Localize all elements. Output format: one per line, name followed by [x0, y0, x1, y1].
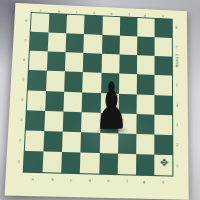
square-c5[interactable] — [64, 72, 83, 92]
square-g3[interactable] — [136, 114, 154, 135]
rank-label-right-8: 8 — [175, 26, 177, 30]
rank-label-left-1: 1 — [18, 160, 21, 164]
square-h3[interactable] — [154, 114, 172, 135]
rank-label-right-5: 5 — [176, 84, 178, 88]
square-a7[interactable] — [30, 32, 49, 52]
square-h6[interactable] — [154, 56, 172, 76]
file-label-bottom-b: b — [51, 177, 54, 181]
rank-label-right-3: 3 — [176, 124, 178, 128]
square-h8[interactable] — [154, 19, 171, 38]
rank-label-left-5: 5 — [22, 78, 25, 82]
square-h5[interactable] — [154, 75, 172, 95]
rank-label-right-6: 6 — [176, 64, 178, 68]
square-f7[interactable] — [119, 36, 137, 56]
file-label-bottom-f: f — [126, 179, 127, 183]
file-label-bottom-c: c — [70, 178, 72, 182]
square-c7[interactable] — [66, 33, 84, 53]
black-pawn[interactable]: ♟ — [88, 70, 136, 136]
file-label-top-d: d — [93, 11, 95, 15]
rank-label-left-7: 7 — [24, 39, 27, 43]
square-b5[interactable] — [46, 71, 65, 91]
square-g7[interactable] — [137, 37, 155, 57]
square-f8[interactable] — [120, 17, 138, 36]
square-e1[interactable] — [99, 153, 118, 174]
square-c8[interactable] — [67, 15, 85, 35]
square-b7[interactable] — [48, 33, 67, 53]
square-b8[interactable] — [49, 14, 68, 34]
square-h2[interactable] — [154, 134, 172, 155]
square-d1[interactable] — [80, 152, 99, 173]
square-c2[interactable] — [62, 131, 81, 152]
square-g6[interactable] — [137, 55, 155, 75]
square-d7[interactable] — [84, 34, 102, 54]
square-a3[interactable] — [26, 110, 45, 131]
square-c3[interactable] — [63, 111, 82, 132]
square-b2[interactable] — [44, 131, 63, 152]
square-e8[interactable] — [102, 16, 120, 35]
rank-label-right-7: 7 — [175, 45, 177, 49]
rank-label-right-4: 4 — [176, 104, 178, 108]
square-a4[interactable] — [27, 90, 46, 111]
square-b6[interactable] — [47, 52, 66, 72]
file-label-bottom-d: d — [88, 178, 91, 182]
square-b4[interactable] — [45, 91, 64, 112]
file-label-bottom-h: h — [162, 180, 164, 184]
square-d8[interactable] — [84, 15, 102, 34]
file-label-top-b: b — [58, 10, 60, 14]
square-c6[interactable] — [65, 52, 84, 72]
file-label-top-a: a — [40, 9, 42, 13]
file-label-bottom-g: g — [143, 180, 145, 184]
square-a5[interactable] — [28, 70, 47, 90]
rank-label-right-2: 2 — [176, 144, 178, 148]
square-h1[interactable]: ✥ — [154, 155, 172, 176]
square-a8[interactable] — [31, 13, 50, 33]
square-c1[interactable] — [61, 152, 80, 173]
square-e7[interactable] — [102, 35, 120, 55]
square-a1[interactable] — [24, 151, 44, 172]
square-g4[interactable] — [136, 94, 154, 114]
square-c4[interactable] — [64, 91, 83, 112]
square-g5[interactable] — [137, 75, 155, 95]
file-label-top-f: f — [128, 13, 129, 16]
file-label-bottom-e: e — [107, 179, 109, 183]
square-g2[interactable] — [136, 134, 154, 155]
file-label-top-e: e — [111, 12, 113, 16]
square-g8[interactable] — [137, 18, 154, 37]
file-label-top-c: c — [75, 11, 77, 15]
rank-label-right-1: 1 — [176, 164, 178, 168]
photo-background: abcdefgh 87654321 ✥ chess 87654321 abcde… — [0, 0, 200, 200]
rank-label-left-8: 8 — [25, 20, 28, 24]
maker-emblem-icon: ✥ — [160, 158, 168, 168]
square-g1[interactable] — [136, 154, 154, 175]
square-h4[interactable] — [154, 95, 172, 115]
rank-label-left-4: 4 — [21, 98, 24, 102]
file-label-bottom-a: a — [32, 177, 35, 181]
rank-label-left-6: 6 — [23, 58, 26, 62]
rank-label-left-3: 3 — [20, 118, 23, 122]
rank-labels-right: chess 87654321 — [173, 19, 182, 177]
square-b1[interactable] — [43, 151, 63, 172]
file-label-top-g: g — [144, 14, 146, 18]
rank-label-left-2: 2 — [19, 139, 22, 143]
square-a6[interactable] — [29, 51, 48, 71]
file-label-top-h: h — [162, 15, 164, 19]
black-pawn-glyph: ♟ — [95, 76, 128, 136]
square-a2[interactable] — [25, 130, 45, 151]
square-f1[interactable] — [117, 153, 136, 174]
square-b3[interactable] — [44, 111, 63, 132]
square-h7[interactable] — [154, 37, 171, 57]
